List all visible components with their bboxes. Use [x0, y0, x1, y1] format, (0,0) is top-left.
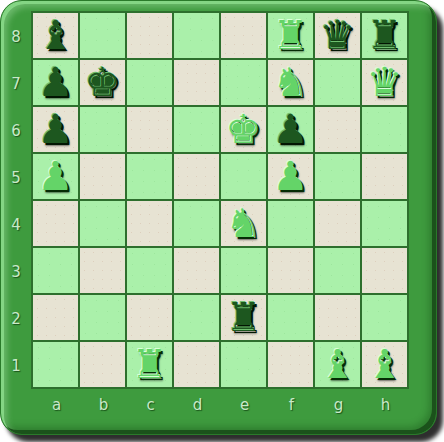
- piece-black-pawn[interactable]: ♟: [273, 107, 309, 152]
- square-a8[interactable]: ♝: [33, 13, 78, 58]
- piece-white-knight[interactable]: ♞: [226, 201, 262, 246]
- square-b6[interactable]: [80, 107, 125, 152]
- rank-label-3: 3: [1, 248, 31, 295]
- square-d2[interactable]: [174, 295, 219, 340]
- square-c3[interactable]: [127, 248, 172, 293]
- square-a6[interactable]: ♟: [33, 107, 78, 152]
- square-e4[interactable]: ♞: [221, 201, 266, 246]
- rank-label-2: 2: [1, 295, 31, 342]
- square-e2[interactable]: ♜: [221, 295, 266, 340]
- file-label-e: e: [221, 393, 268, 417]
- square-h1[interactable]: ♝: [362, 342, 407, 387]
- square-d7[interactable]: [174, 60, 219, 105]
- square-g2[interactable]: [315, 295, 360, 340]
- rank-label-1: 1: [1, 342, 31, 389]
- square-d5[interactable]: [174, 154, 219, 199]
- square-d8[interactable]: [174, 13, 219, 58]
- square-a3[interactable]: [33, 248, 78, 293]
- rank-label-7: 7: [1, 60, 31, 107]
- square-b7[interactable]: ♚: [80, 60, 125, 105]
- file-label-g: g: [315, 393, 362, 417]
- square-c6[interactable]: [127, 107, 172, 152]
- square-f5[interactable]: ♟: [268, 154, 313, 199]
- square-b1[interactable]: [80, 342, 125, 387]
- square-c8[interactable]: [127, 13, 172, 58]
- square-g4[interactable]: [315, 201, 360, 246]
- square-f8[interactable]: ♜: [268, 13, 313, 58]
- square-g7[interactable]: [315, 60, 360, 105]
- piece-black-queen[interactable]: ♛: [320, 13, 356, 58]
- square-f1[interactable]: [268, 342, 313, 387]
- piece-white-rook[interactable]: ♜: [132, 342, 168, 387]
- piece-white-knight[interactable]: ♞: [273, 60, 309, 105]
- square-e5[interactable]: [221, 154, 266, 199]
- square-a7[interactable]: ♟: [33, 60, 78, 105]
- rank-labels: 87654321: [1, 13, 31, 391]
- square-h2[interactable]: [362, 295, 407, 340]
- square-a4[interactable]: [33, 201, 78, 246]
- square-c4[interactable]: [127, 201, 172, 246]
- chess-board: ♝♜♛♜♟♚♞♛♟♚♟♟♟♞♜♜♝♝: [31, 11, 409, 389]
- square-g3[interactable]: [315, 248, 360, 293]
- piece-black-king[interactable]: ♚: [85, 60, 121, 105]
- piece-white-rook[interactable]: ♜: [273, 13, 309, 58]
- file-label-d: d: [174, 393, 221, 417]
- square-g5[interactable]: [315, 154, 360, 199]
- square-g1[interactable]: ♝: [315, 342, 360, 387]
- piece-black-pawn[interactable]: ♟: [38, 107, 74, 152]
- square-b5[interactable]: [80, 154, 125, 199]
- square-d6[interactable]: [174, 107, 219, 152]
- square-f7[interactable]: ♞: [268, 60, 313, 105]
- square-d1[interactable]: [174, 342, 219, 387]
- square-a1[interactable]: [33, 342, 78, 387]
- file-label-c: c: [127, 393, 174, 417]
- square-b2[interactable]: [80, 295, 125, 340]
- square-c5[interactable]: [127, 154, 172, 199]
- square-h5[interactable]: [362, 154, 407, 199]
- square-a5[interactable]: ♟: [33, 154, 78, 199]
- square-e8[interactable]: [221, 13, 266, 58]
- piece-white-pawn[interactable]: ♟: [38, 154, 74, 199]
- square-g6[interactable]: [315, 107, 360, 152]
- square-e6[interactable]: ♚: [221, 107, 266, 152]
- square-h4[interactable]: [362, 201, 407, 246]
- piece-white-pawn[interactable]: ♟: [273, 154, 309, 199]
- rank-label-6: 6: [1, 107, 31, 154]
- square-e7[interactable]: [221, 60, 266, 105]
- square-b8[interactable]: [80, 13, 125, 58]
- file-labels: abcdefgh: [33, 393, 411, 417]
- square-g8[interactable]: ♛: [315, 13, 360, 58]
- square-f2[interactable]: [268, 295, 313, 340]
- square-b4[interactable]: [80, 201, 125, 246]
- file-label-b: b: [80, 393, 127, 417]
- square-c2[interactable]: [127, 295, 172, 340]
- square-h6[interactable]: [362, 107, 407, 152]
- square-a2[interactable]: [33, 295, 78, 340]
- square-f3[interactable]: [268, 248, 313, 293]
- square-e1[interactable]: [221, 342, 266, 387]
- piece-white-queen[interactable]: ♛: [367, 60, 403, 105]
- square-e3[interactable]: [221, 248, 266, 293]
- piece-white-bishop[interactable]: ♝: [320, 342, 356, 387]
- square-h8[interactable]: ♜: [362, 13, 407, 58]
- square-f6[interactable]: ♟: [268, 107, 313, 152]
- square-f4[interactable]: [268, 201, 313, 246]
- square-b3[interactable]: [80, 248, 125, 293]
- file-label-h: h: [362, 393, 409, 417]
- piece-white-king[interactable]: ♚: [226, 107, 262, 152]
- rank-label-8: 8: [1, 13, 31, 60]
- rank-label-5: 5: [1, 154, 31, 201]
- rank-label-4: 4: [1, 201, 31, 248]
- square-c1[interactable]: ♜: [127, 342, 172, 387]
- square-h3[interactable]: [362, 248, 407, 293]
- piece-black-pawn[interactable]: ♟: [38, 60, 74, 105]
- square-d4[interactable]: [174, 201, 219, 246]
- piece-black-rook[interactable]: ♜: [226, 295, 262, 340]
- piece-black-bishop[interactable]: ♝: [38, 13, 74, 58]
- square-c7[interactable]: [127, 60, 172, 105]
- board-frame: 87654321 ♝♜♛♜♟♚♞♛♟♚♟♟♟♞♜♜♝♝ abcdefgh: [0, 0, 437, 435]
- piece-black-rook[interactable]: ♜: [367, 13, 403, 58]
- square-h7[interactable]: ♛: [362, 60, 407, 105]
- file-label-a: a: [33, 393, 80, 417]
- square-d3[interactable]: [174, 248, 219, 293]
- piece-white-bishop[interactable]: ♝: [367, 342, 403, 387]
- file-label-f: f: [268, 393, 315, 417]
- chess-app: 87654321 ♝♜♛♜♟♚♞♛♟♚♟♟♟♞♜♜♝♝ abcdefgh: [0, 0, 444, 442]
